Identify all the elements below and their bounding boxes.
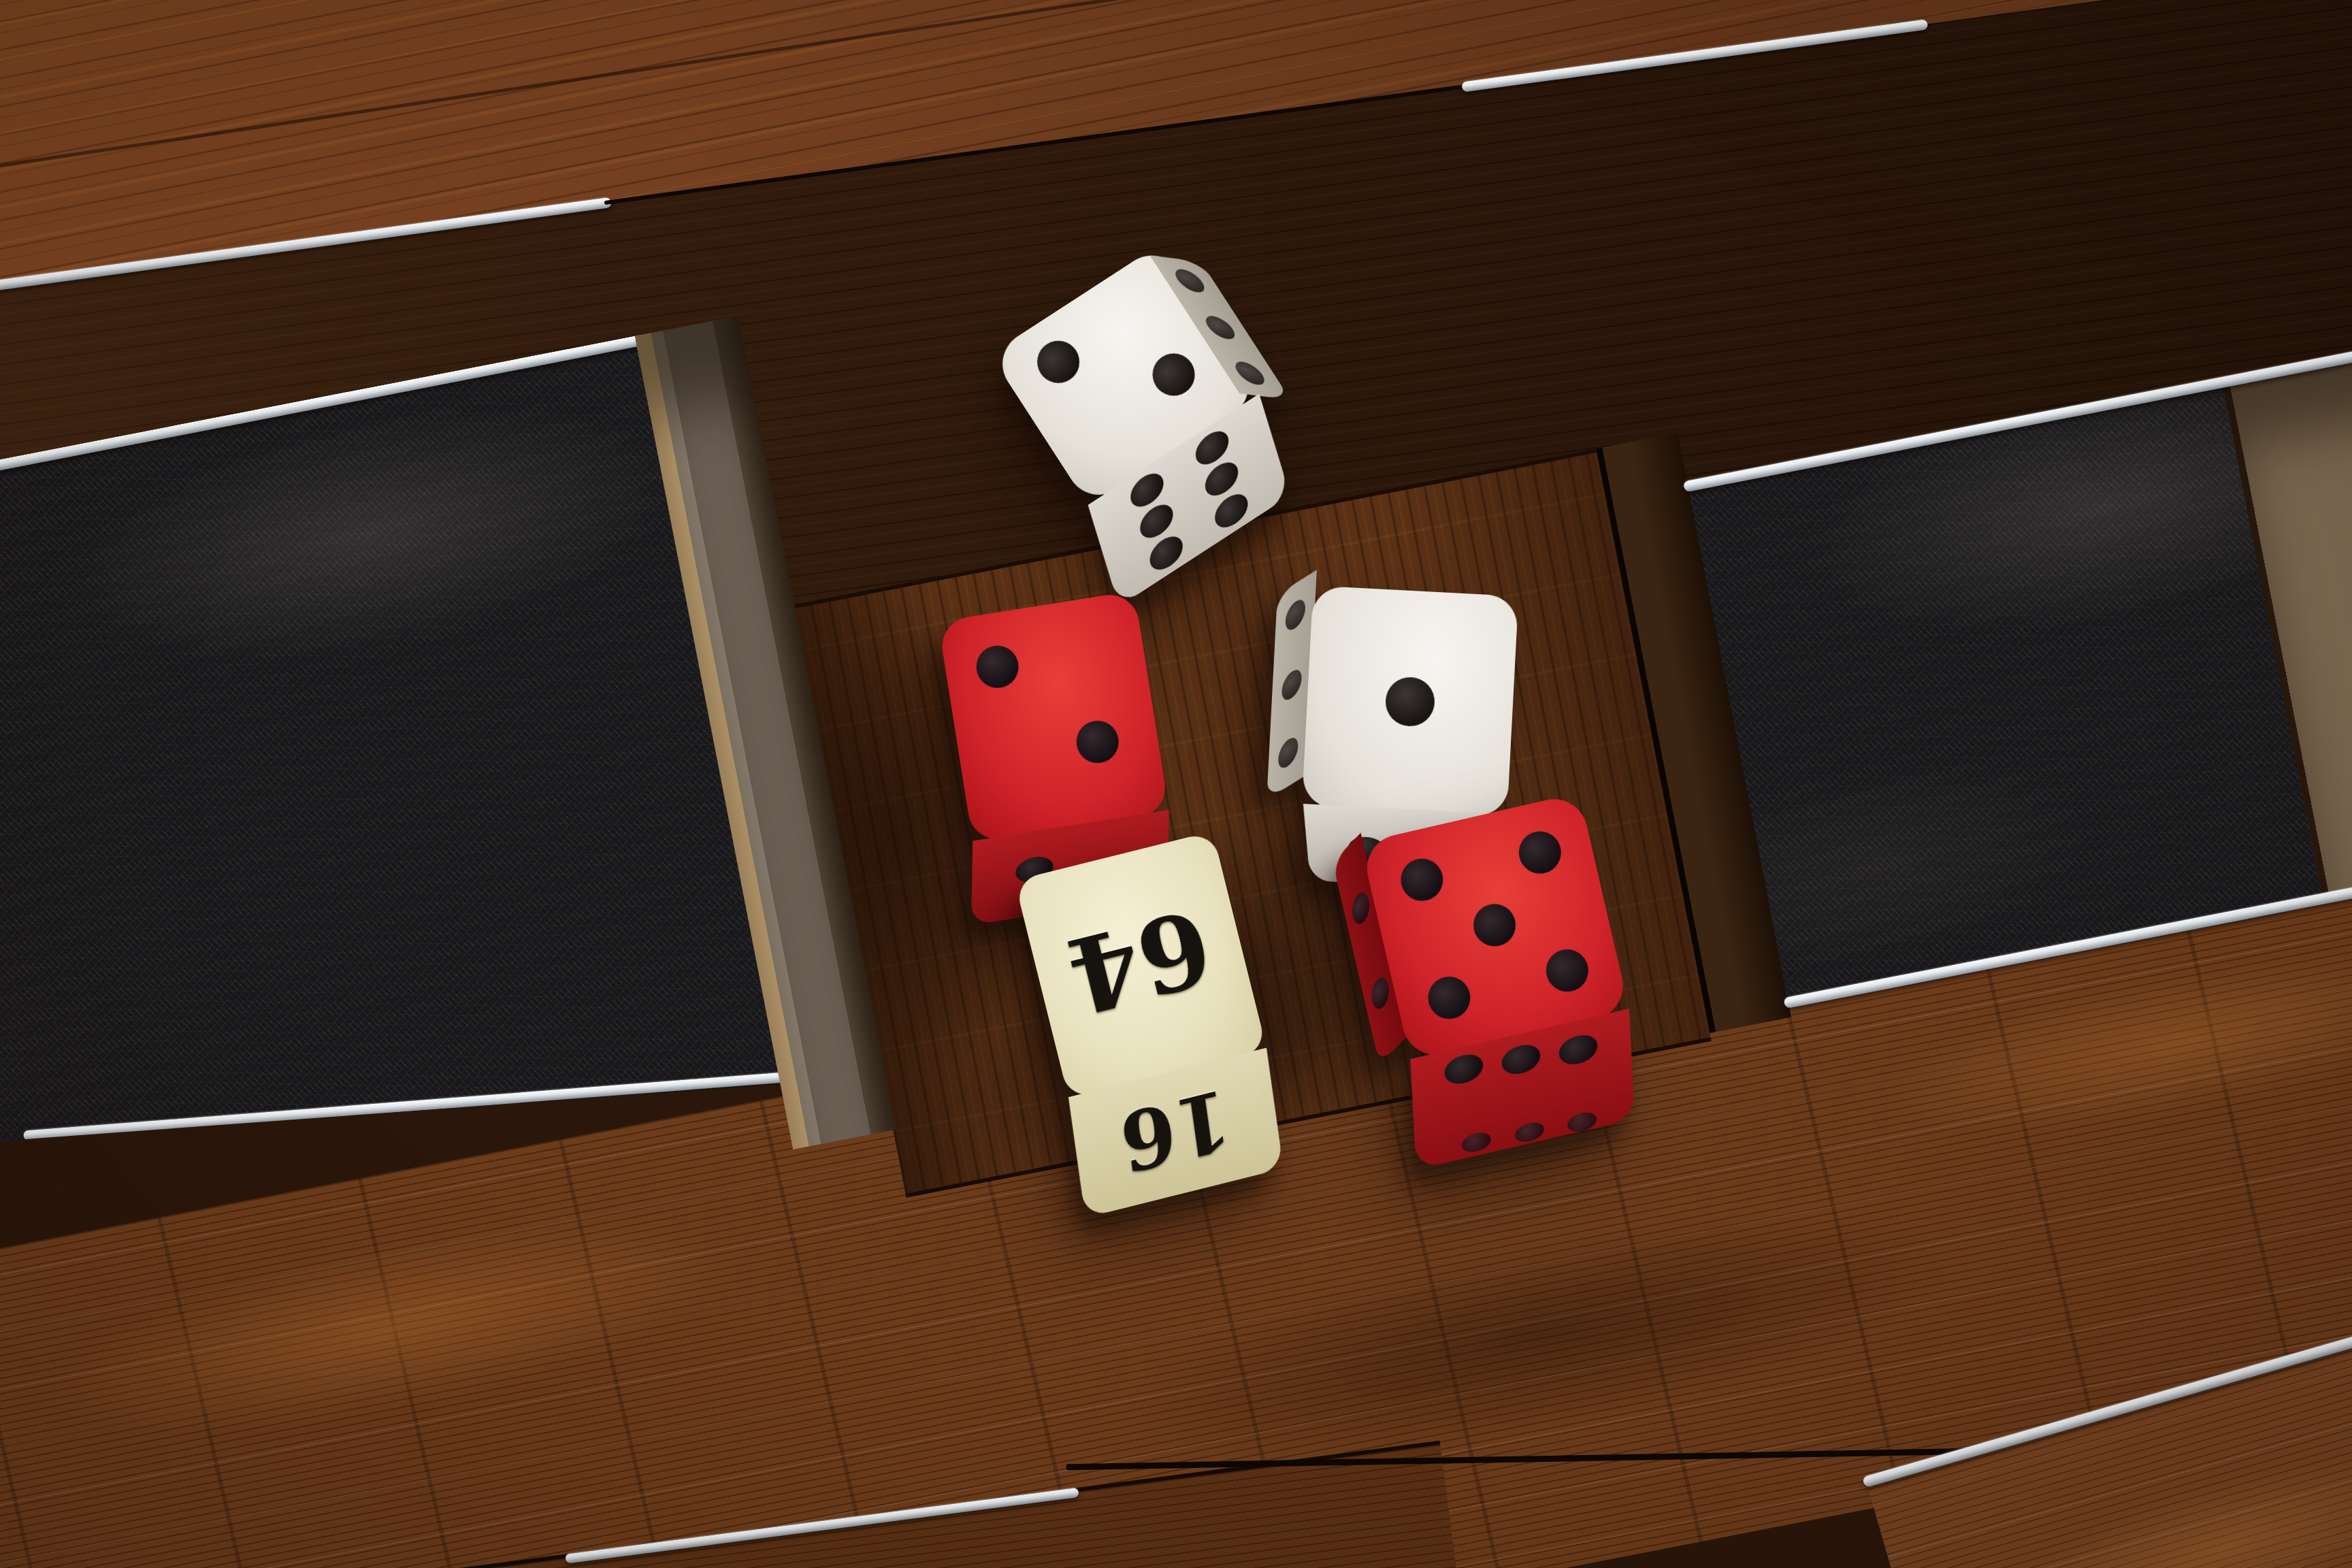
backgammon-board <box>0 0 2352 1568</box>
pip <box>1469 900 1520 950</box>
pip <box>1515 827 1565 877</box>
pip <box>1514 1120 1544 1145</box>
pip <box>1277 733 1298 772</box>
pip <box>1170 267 1209 293</box>
backgammon-photo-stage: 64 16 <box>0 0 2352 1568</box>
pip <box>1200 314 1240 340</box>
pip <box>1501 1041 1541 1078</box>
doubling-cube-top-value: 64 <box>1028 887 1251 1035</box>
pip <box>1424 973 1474 1023</box>
pip <box>1444 1051 1484 1088</box>
leather-right-surface <box>1688 387 2322 1000</box>
pip <box>1558 1031 1598 1068</box>
pip <box>1462 1130 1492 1154</box>
pip <box>1350 887 1371 930</box>
pip <box>1542 945 1592 996</box>
pip <box>1144 345 1203 404</box>
pip <box>1396 854 1447 904</box>
pip <box>1074 718 1122 766</box>
pip <box>1384 676 1436 728</box>
pip <box>1567 1110 1597 1134</box>
pip <box>1285 595 1306 635</box>
pip <box>1230 360 1270 386</box>
pip <box>1369 972 1391 1015</box>
pip <box>1281 665 1302 704</box>
pip <box>973 643 1022 691</box>
pip <box>1029 333 1088 391</box>
